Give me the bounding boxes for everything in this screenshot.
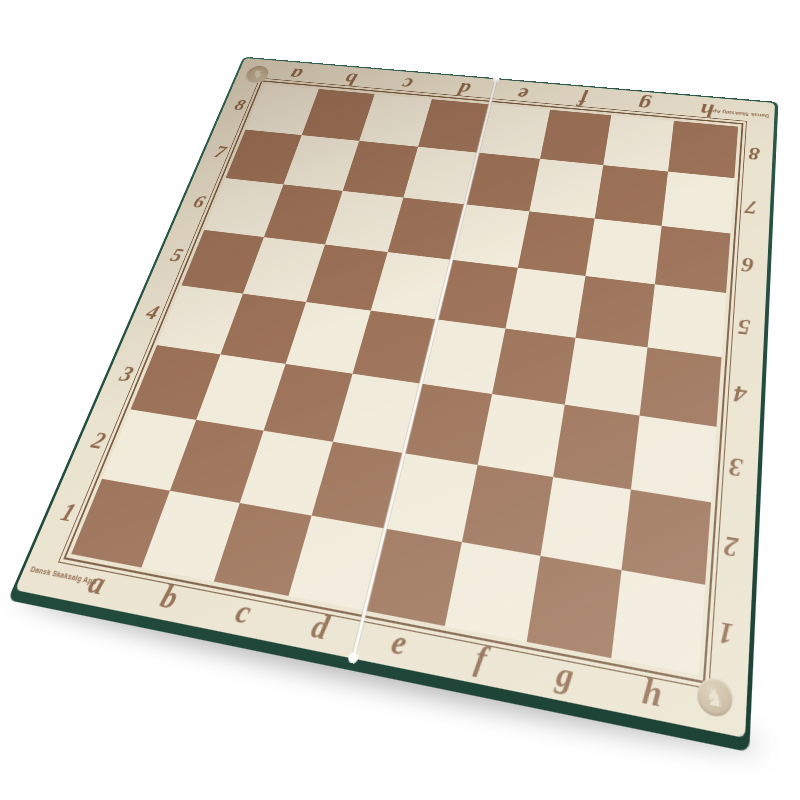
square-g1[interactable] (527, 556, 622, 658)
knight-logo-icon: ♞ (249, 68, 266, 80)
knight-logo-icon: ♞ (703, 682, 726, 711)
square-f7[interactable] (529, 159, 603, 219)
chessboard: aa88bb77cc66dd55ee44ff33gg22hh11 ♞ ♞ Dan… (15, 58, 775, 738)
square-f5[interactable] (505, 268, 585, 338)
rank-label-2-right: 2 (705, 502, 756, 593)
square-g5[interactable] (576, 276, 655, 347)
file-label-a-top: a (264, 60, 328, 89)
square-f2[interactable] (462, 465, 553, 556)
square-h2[interactable] (622, 490, 712, 585)
square-h6[interactable] (655, 226, 731, 293)
knight-medallion-bottom-right: ♞ (696, 675, 734, 720)
product-photo-scene: aa88bb77cc66dd55ee44ff33gg22hh11 ♞ ♞ Dan… (0, 0, 800, 800)
square-g7[interactable] (595, 165, 668, 226)
square-h1[interactable] (611, 570, 705, 675)
file-label-d-top: d (432, 74, 497, 104)
square-g4[interactable] (565, 338, 648, 416)
square-f6[interactable] (518, 211, 595, 276)
file-label-e-top: e (490, 79, 555, 109)
square-h7[interactable] (662, 172, 735, 234)
square-f3[interactable] (478, 394, 565, 477)
file-label-f-top: f (550, 84, 615, 115)
chessboard-projection: aa88bb77cc66dd55ee44ff33gg22hh11 ♞ ♞ Dan… (15, 58, 775, 738)
rank-label-1-right: 1 (699, 585, 752, 685)
square-h5[interactable] (648, 284, 727, 357)
square-g8[interactable] (603, 115, 674, 171)
square-h3[interactable] (631, 416, 717, 503)
rank-label-3-right: 3 (711, 427, 759, 510)
square-g2[interactable] (540, 477, 630, 570)
rank-label-8-right: 8 (734, 127, 773, 182)
rank-label-5-right: 5 (721, 293, 765, 363)
square-h4[interactable] (640, 347, 722, 426)
file-label-b-top: b (319, 65, 383, 94)
file-label-g-top: g (611, 89, 677, 120)
square-g3[interactable] (553, 405, 639, 490)
rank-label-6-right: 6 (726, 233, 769, 297)
square-f1[interactable] (445, 542, 541, 642)
file-label-c-top: c (375, 70, 439, 99)
rank-label-4-right: 4 (716, 357, 762, 433)
square-f4[interactable] (492, 329, 575, 405)
square-g6[interactable] (585, 219, 661, 285)
square-f8[interactable] (540, 110, 611, 165)
rank-label-7-right: 7 (730, 178, 771, 237)
square-h8[interactable] (668, 121, 738, 178)
